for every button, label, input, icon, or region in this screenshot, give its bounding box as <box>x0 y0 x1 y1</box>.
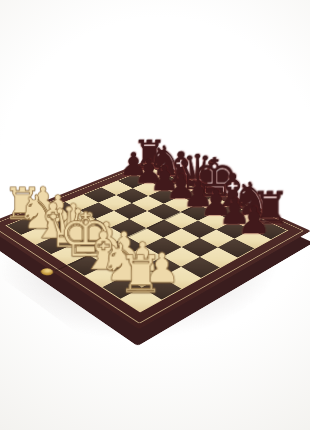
photo-scene: ♜♞♝♛♚♝♞♜♟♟♟♟♟♟♟♟♟♟♟♟♟♟♟♟♜♞♝♛♚♝♞♜ <box>0 0 310 430</box>
piece-white-pawn-f2: ♟ <box>107 227 142 266</box>
piece-white-queen-d1: ♛ <box>44 200 94 255</box>
product-photo: ♜♞♝♛♚♝♞♜♟♟♟♟♟♟♟♟♟♟♟♟♟♟♟♟♜♞♝♛♚♝♞♜ <box>0 0 310 430</box>
piece-white-rook-h1: ♜ <box>118 249 164 300</box>
piece-white-knight-g1: ♞ <box>98 236 145 288</box>
piece-white-pawn-c2: ♟ <box>57 199 90 236</box>
chess-board: ♜♞♝♛♚♝♞♜♟♟♟♟♟♟♟♟♟♟♟♟♟♟♟♟♜♞♝♛♚♝♞♜ <box>0 159 310 329</box>
